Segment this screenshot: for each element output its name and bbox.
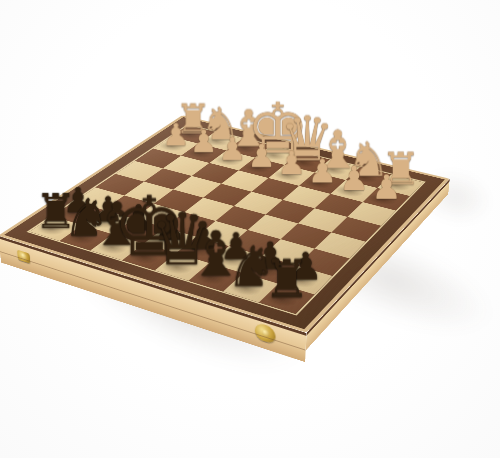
brass-knob-icon <box>262 329 269 338</box>
product-photo-scene: ♜♞♝♛♚♝♞♜♟♟♟♟♟♟♟♟♟♟♟♟♟♟♟♟♜♞♝♛♚♝♞♜ <box>0 0 500 458</box>
piece-dark-rook-a8: ♜ <box>241 253 333 306</box>
piece-light-pawn-a2: ♟ <box>347 170 426 204</box>
brass-latch-front <box>255 322 276 345</box>
brass-clasp-left <box>17 250 30 264</box>
brass-knob-icon <box>21 252 27 260</box>
